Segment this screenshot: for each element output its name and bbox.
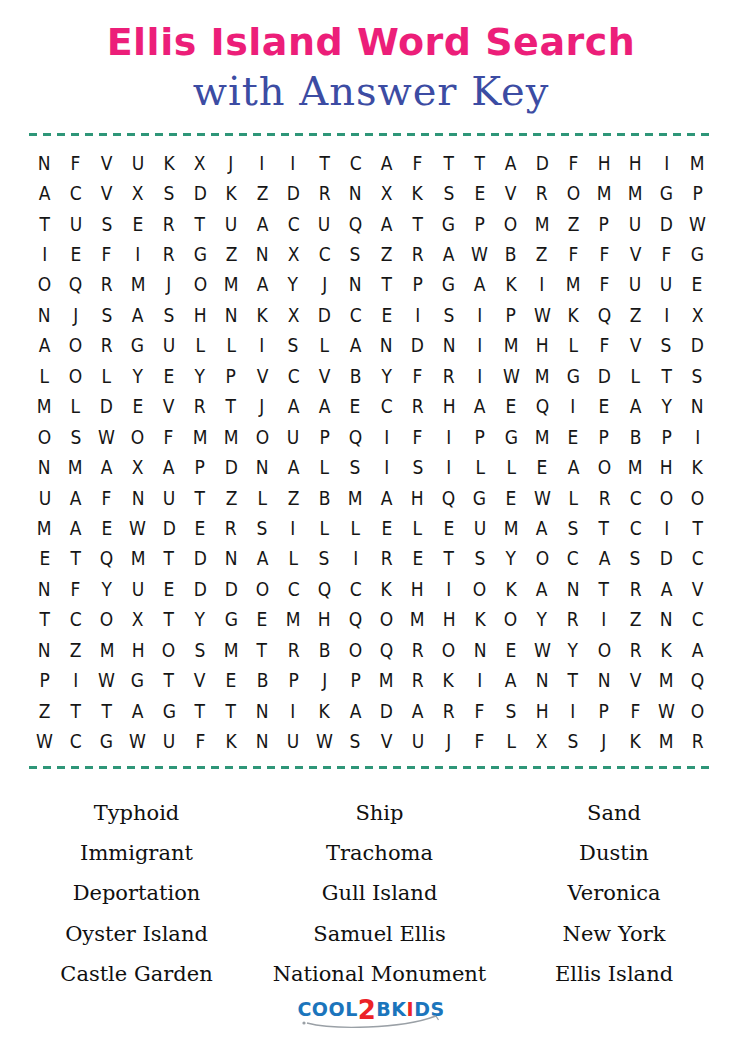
- word-item: Ellis Island: [504, 962, 724, 986]
- grid-cell-r12c22: O: [691, 489, 704, 508]
- grid-cell-r3c12: A: [381, 215, 393, 234]
- grid-cell-r15c21: A: [661, 580, 673, 599]
- cool2bkids-logo[interactable]: COOL2BKIDS: [286, 998, 456, 1034]
- grid-cell-r16c14: H: [442, 610, 455, 629]
- grid-cell-r6c4: A: [132, 306, 144, 325]
- grid-cell-r5c19: F: [599, 275, 609, 294]
- grid-cell-r1c1: N: [38, 154, 51, 173]
- grid-cell-r1c20: H: [629, 154, 642, 173]
- grid-cell-r5c9: Y: [288, 275, 298, 294]
- grid-cell-r11c11: S: [350, 458, 361, 477]
- grid-cell-r2c20: M: [628, 184, 643, 203]
- grid-cell-r20c6: F: [195, 732, 205, 751]
- grid-cell-r20c16: L: [506, 732, 516, 751]
- grid-cell-r12c3: F: [102, 489, 112, 508]
- grid-cell-r1c19: H: [598, 154, 611, 173]
- grid-cell-r4c17: Z: [536, 245, 548, 264]
- grid-cell-r5c14: G: [442, 275, 455, 294]
- grid-cell-r11c20: M: [628, 458, 643, 477]
- grid-cell-r9c18: I: [571, 397, 576, 416]
- grid-cell-r11c3: A: [101, 458, 113, 477]
- grid-cell-r18c11: P: [350, 671, 360, 690]
- grid-cell-r6c1: N: [38, 306, 51, 325]
- grid-cell-r3c2: U: [69, 215, 82, 234]
- grid-cell-r11c10: L: [320, 458, 330, 477]
- grid-cell-r18c4: G: [131, 671, 144, 690]
- logo-text-two: 2: [358, 995, 377, 1025]
- grid-cell-r3c20: U: [629, 215, 642, 234]
- grid-cell-r8c18: G: [566, 367, 579, 386]
- grid-cell-r20c12: V: [381, 732, 393, 751]
- grid-cell-r12c21: O: [660, 489, 673, 508]
- grid-cell-r8c11: B: [350, 367, 362, 386]
- grid-cell-r3c21: D: [660, 215, 673, 234]
- grid-cell-r3c16: O: [504, 215, 517, 234]
- grid-cell-r6c20: Z: [629, 306, 641, 325]
- grid-cell-r13c19: T: [599, 519, 609, 538]
- grid-cell-r12c13: H: [411, 489, 424, 508]
- grid-cell-r6c13: I: [415, 306, 420, 325]
- grid-cell-r4c10: C: [318, 245, 330, 264]
- grid-cell-r15c7: D: [224, 580, 237, 599]
- grid-cell-r12c14: Q: [442, 489, 455, 508]
- grid-cell-r2c8: Z: [256, 184, 268, 203]
- grid-cell-r2c14: S: [443, 184, 454, 203]
- grid-cell-r1c15: T: [475, 154, 485, 173]
- grid-cell-r13c4: W: [129, 519, 146, 538]
- grid-cell-r10c16: G: [504, 428, 517, 447]
- grid-cell-r18c3: W: [98, 671, 115, 690]
- grid-cell-r13c12: E: [381, 519, 392, 538]
- grid-cell-r11c16: L: [506, 458, 516, 477]
- grid-cell-r12c17: W: [534, 489, 551, 508]
- grid-cell-r1c13: F: [413, 154, 423, 173]
- grid-cell-r16c9: M: [286, 610, 301, 629]
- grid-cell-r9c5: V: [163, 397, 175, 416]
- grid-cell-r15c8: O: [255, 580, 268, 599]
- grid-cell-r15c6: D: [193, 580, 206, 599]
- grid-cell-r12c2: A: [70, 489, 82, 508]
- grid-cell-r10c10: P: [319, 428, 329, 447]
- grid-cell-r2c21: G: [660, 184, 673, 203]
- grid-cell-r19c6: T: [195, 702, 205, 721]
- worksheet-page: Ellis Island Word Search with Answer Key…: [0, 0, 742, 1050]
- grid-cell-r1c22: M: [690, 154, 705, 173]
- grid-cell-r13c1: M: [37, 519, 52, 538]
- grid-cell-r2c6: D: [193, 184, 206, 203]
- grid-cell-r1c11: C: [349, 154, 361, 173]
- grid-cell-r16c7: G: [224, 610, 237, 629]
- grid-cell-r7c15: I: [477, 336, 482, 355]
- grid-cell-r12c6: T: [195, 489, 205, 508]
- grid-cell-r2c4: X: [132, 184, 144, 203]
- grid-cell-r14c18: C: [567, 549, 579, 568]
- grid-cell-r14c5: T: [164, 549, 174, 568]
- grid-cell-r17c6: S: [195, 641, 206, 660]
- grid-cell-r17c1: N: [38, 641, 51, 660]
- grid-cell-r15c15: O: [473, 580, 486, 599]
- word-item: Dustin: [504, 841, 724, 865]
- grid-cell-r18c5: T: [164, 671, 174, 690]
- grid-cell-r6c21: I: [664, 306, 669, 325]
- grid-cell-r17c16: E: [505, 641, 516, 660]
- grid-cell-r13c2: A: [70, 519, 82, 538]
- logo-text-bk: BK: [376, 998, 406, 1020]
- grid-cell-r5c17: I: [539, 275, 544, 294]
- grid-cell-r4c14: A: [443, 245, 455, 264]
- grid-cell-r2c9: D: [287, 184, 300, 203]
- grid-cell-r10c6: M: [193, 428, 208, 447]
- grid-cell-r14c19: A: [598, 549, 610, 568]
- grid-cell-r15c4: U: [132, 580, 145, 599]
- grid-cell-r19c8: N: [256, 702, 269, 721]
- grid-cell-r18c1: P: [39, 671, 49, 690]
- grid-cell-r9c22: N: [691, 397, 704, 416]
- grid-cell-r4c20: V: [629, 245, 641, 264]
- grid-cell-r11c9: A: [287, 458, 299, 477]
- grid-cell-r15c12: K: [381, 580, 392, 599]
- grid-cell-r9c15: A: [474, 397, 486, 416]
- grid-cell-r9c19: E: [599, 397, 610, 416]
- grid-cell-r1c5: K: [163, 154, 174, 173]
- grid-cell-r5c21: U: [660, 275, 673, 294]
- word-item: Castle Garden: [18, 962, 255, 986]
- grid-cell-r6c16: P: [506, 306, 516, 325]
- grid-cell-r8c2: O: [69, 367, 82, 386]
- grid-cell-r9c12: C: [381, 397, 393, 416]
- grid-cell-r8c15: I: [477, 367, 482, 386]
- grid-cell-r5c16: K: [505, 275, 516, 294]
- grid-cell-r15c5: E: [163, 580, 174, 599]
- grid-cell-r8c16: W: [502, 367, 519, 386]
- grid-cell-r15c22: V: [692, 580, 704, 599]
- grid-cell-r4c6: G: [193, 245, 206, 264]
- grid-cell-r1c3: V: [101, 154, 113, 173]
- word-item: New York: [504, 922, 724, 946]
- grid-cell-r9c10: A: [319, 397, 331, 416]
- grid-cell-r20c4: W: [129, 732, 146, 751]
- grid-cell-r16c12: O: [380, 610, 393, 629]
- grid-cell-r17c18: Y: [568, 641, 578, 660]
- grid-cell-r8c8: V: [256, 367, 268, 386]
- grid-cell-r17c12: Q: [380, 641, 393, 660]
- grid-cell-r2c13: K: [412, 184, 423, 203]
- grid-cell-r9c9: A: [287, 397, 299, 416]
- grid-cell-r8c12: Y: [381, 367, 391, 386]
- grid-cell-r11c5: A: [163, 458, 175, 477]
- grid-cell-r3c22: W: [689, 215, 706, 234]
- grid-cell-r4c4: I: [135, 245, 140, 264]
- grid-cell-r19c3: T: [101, 702, 111, 721]
- grid-cell-r20c2: C: [70, 732, 82, 751]
- grid-cell-r14c6: D: [193, 549, 206, 568]
- grid-cell-r20c8: N: [256, 732, 269, 751]
- grid-cell-r6c12: E: [381, 306, 392, 325]
- grid-cell-r10c18: E: [568, 428, 579, 447]
- grid-cell-r4c15: W: [471, 245, 488, 264]
- grid-cell-r6c6: H: [194, 306, 207, 325]
- grid-cell-r15c20: R: [629, 580, 641, 599]
- word-item: Veronica: [504, 881, 724, 905]
- grid-cell-r19c9: I: [291, 702, 296, 721]
- grid-cell-r20c17: X: [536, 732, 548, 751]
- grid-cell-r10c8: O: [255, 428, 268, 447]
- grid-cell-r19c13: A: [412, 702, 424, 721]
- grid-cell-r4c5: R: [163, 245, 175, 264]
- grid-cell-r9c7: T: [226, 397, 236, 416]
- grid-cell-r10c21: P: [661, 428, 671, 447]
- grid-cell-r14c16: Y: [506, 549, 516, 568]
- grid-cell-r13c14: E: [443, 519, 454, 538]
- grid-cell-r15c13: H: [411, 580, 424, 599]
- grid-cell-r2c5: S: [163, 184, 174, 203]
- grid-cell-r12c19: R: [598, 489, 610, 508]
- grid-cell-r17c19: O: [597, 641, 610, 660]
- grid-cell-r2c2: C: [70, 184, 82, 203]
- grid-cell-r8c13: F: [413, 367, 423, 386]
- grid-cell-r12c5: U: [163, 489, 176, 508]
- grid-cell-r5c3: R: [101, 275, 113, 294]
- grid-cell-r9c16: E: [505, 397, 516, 416]
- grid-cell-r12c11: M: [348, 489, 363, 508]
- grid-cell-r11c21: H: [660, 458, 673, 477]
- grid-cell-r10c4: O: [131, 428, 144, 447]
- grid-cell-r10c12: I: [384, 428, 389, 447]
- grid-cell-r15c11: C: [349, 580, 361, 599]
- grid-cell-r10c17: M: [535, 428, 550, 447]
- grid-cell-r13c7: R: [225, 519, 237, 538]
- grid-cell-r14c7: N: [225, 549, 238, 568]
- grid-cell-r18c9: P: [288, 671, 298, 690]
- grid-cell-r2c15: E: [474, 184, 485, 203]
- grid-cell-r8c10: V: [319, 367, 331, 386]
- grid-cell-r19c18: I: [571, 702, 576, 721]
- grid-cell-r16c22: C: [691, 610, 703, 629]
- grid-cell-r5c12: T: [381, 275, 391, 294]
- grid-cell-r12c18: L: [568, 489, 578, 508]
- grid-cell-r5c2: Q: [69, 275, 82, 294]
- page-title: Ellis Island Word Search: [0, 18, 742, 67]
- grid-cell-r18c19: N: [598, 671, 611, 690]
- grid-cell-r10c14: I: [446, 428, 451, 447]
- grid-cell-r8c20: L: [630, 367, 640, 386]
- grid-cell-r12c16: E: [505, 489, 516, 508]
- grid-cell-r11c1: N: [38, 458, 51, 477]
- grid-cell-r1c8: I: [260, 154, 265, 173]
- grid-cell-r10c11: Q: [349, 428, 362, 447]
- grid-cell-r7c4: G: [131, 336, 144, 355]
- grid-cell-r7c5: U: [163, 336, 176, 355]
- grid-cell-r16c11: Q: [349, 610, 362, 629]
- grid-cell-r15c14: I: [446, 580, 451, 599]
- grid-cell-r3c14: G: [442, 215, 455, 234]
- grid-cell-r16c16: O: [504, 610, 517, 629]
- grid-cell-r16c20: Z: [629, 610, 641, 629]
- grid-cell-r2c19: M: [597, 184, 612, 203]
- grid-cell-r3c6: T: [195, 215, 205, 234]
- page-subtitle: with Answer Key: [0, 67, 742, 115]
- grid-cell-r20c19: J: [602, 732, 607, 751]
- grid-cell-r16c2: C: [70, 610, 82, 629]
- grid-cell-r9c20: A: [629, 397, 641, 416]
- grid-cell-r9c14: H: [442, 397, 455, 416]
- grid-cell-r14c9: L: [288, 549, 298, 568]
- grid-cell-r16c4: X: [132, 610, 144, 629]
- grid-cell-r5c5: J: [166, 275, 171, 294]
- dashed-divider-bottom: [29, 766, 713, 769]
- grid-cell-r1c21: I: [664, 154, 669, 173]
- grid-cell-r13c11: L: [351, 519, 361, 538]
- grid-cell-r5c15: A: [474, 275, 486, 294]
- grid-cell-r16c1: T: [39, 610, 49, 629]
- grid-cell-r5c18: M: [566, 275, 581, 294]
- grid-cell-r17c20: R: [629, 641, 641, 660]
- word-item: Typhoid: [18, 801, 255, 825]
- grid-cell-r20c7: K: [225, 732, 236, 751]
- grid-cell-r6c7: N: [225, 306, 238, 325]
- grid-cell-r4c9: X: [287, 245, 299, 264]
- grid-cell-r16c15: K: [474, 610, 485, 629]
- word-item: Oyster Island: [18, 922, 255, 946]
- grid-cell-r11c13: S: [412, 458, 423, 477]
- word-grid: NFVUKXJIITCAFTTADFHHIMACVXSDKZDRNXKSEVRO…: [29, 148, 713, 757]
- logo-text-cool: COOL: [297, 998, 357, 1020]
- grid-cell-r20c9: U: [287, 732, 300, 751]
- grid-cell-r12c4: N: [131, 489, 144, 508]
- grid-cell-r1c12: A: [381, 154, 393, 173]
- grid-cell-r14c12: R: [381, 549, 393, 568]
- grid-cell-r10c15: P: [475, 428, 485, 447]
- grid-cell-r7c8: I: [260, 336, 265, 355]
- word-item: Trachoma: [255, 841, 504, 865]
- grid-cell-r17c17: W: [534, 641, 551, 660]
- grid-cell-r13c5: D: [162, 519, 175, 538]
- grid-cell-r7c19: F: [599, 336, 609, 355]
- grid-cell-r13c17: A: [536, 519, 548, 538]
- grid-cell-r15c19: T: [599, 580, 609, 599]
- grid-cell-r13c16: M: [504, 519, 519, 538]
- grid-cell-r19c15: F: [475, 702, 485, 721]
- grid-cell-r13c13: L: [413, 519, 423, 538]
- grid-cell-r13c9: I: [291, 519, 296, 538]
- grid-cell-r1c14: T: [443, 154, 453, 173]
- grid-cell-r17c2: Z: [70, 641, 82, 660]
- grid-cell-r9c13: R: [412, 397, 424, 416]
- grid-cell-r1c16: A: [505, 154, 517, 173]
- grid-cell-r10c20: B: [629, 428, 641, 447]
- grid-cell-r7c14: N: [442, 336, 455, 355]
- grid-cell-r3c17: M: [535, 215, 550, 234]
- logo-pencil-i-icon: I: [407, 998, 415, 1020]
- grid-cell-r18c2: I: [73, 671, 78, 690]
- grid-cell-r2c22: P: [692, 184, 702, 203]
- grid-cell-r10c19: P: [599, 428, 609, 447]
- grid-cell-r10c3: W: [98, 428, 115, 447]
- grid-cell-r4c16: B: [505, 245, 517, 264]
- grid-cell-r17c22: A: [692, 641, 704, 660]
- grid-cell-r19c12: D: [380, 702, 393, 721]
- grid-cell-r5c20: U: [629, 275, 642, 294]
- grid-cell-r10c2: S: [70, 428, 81, 447]
- grid-cell-r4c8: N: [256, 245, 269, 264]
- grid-cell-r18c17: N: [536, 671, 549, 690]
- grid-cell-r20c20: K: [630, 732, 641, 751]
- grid-cell-r2c12: X: [381, 184, 393, 203]
- grid-cell-r1c18: F: [568, 154, 578, 173]
- grid-cell-r17c7: M: [224, 641, 239, 660]
- grid-cell-r8c17: M: [535, 367, 550, 386]
- grid-cell-r11c22: K: [692, 458, 703, 477]
- grid-cell-r16c8: E: [257, 610, 268, 629]
- grid-cell-r10c9: U: [287, 428, 300, 447]
- grid-cell-r9c11: E: [350, 397, 361, 416]
- word-item: Immigrant: [18, 841, 255, 865]
- grid-cell-r7c9: S: [288, 336, 299, 355]
- grid-cell-r2c11: N: [349, 184, 362, 203]
- grid-cell-r7c20: V: [629, 336, 641, 355]
- grid-cell-r18c20: V: [629, 671, 641, 690]
- grid-cell-r8c3: L: [102, 367, 112, 386]
- grid-cell-r19c16: S: [505, 702, 516, 721]
- grid-cell-r15c10: Q: [318, 580, 331, 599]
- grid-cell-r18c10: J: [322, 671, 327, 690]
- grid-cell-r9c8: J: [260, 397, 265, 416]
- grid-cell-r18c22: Q: [691, 671, 704, 690]
- grid-cell-r11c17: E: [537, 458, 548, 477]
- grid-cell-r18c12: M: [379, 671, 394, 690]
- grid-cell-r19c1: Z: [39, 702, 51, 721]
- grid-cell-r18c18: T: [568, 671, 578, 690]
- grid-cell-r5c1: O: [38, 275, 51, 294]
- logo-text-ds: DS: [414, 998, 444, 1020]
- grid-cell-r13c3: E: [101, 519, 112, 538]
- grid-cell-r18c15: I: [477, 671, 482, 690]
- grid-cell-r11c4: X: [132, 458, 144, 477]
- grid-cell-r1c4: U: [132, 154, 145, 173]
- grid-cell-r14c11: I: [353, 549, 358, 568]
- grid-cell-r4c12: Z: [381, 245, 393, 264]
- grid-cell-r16c21: N: [660, 610, 673, 629]
- grid-cell-r8c6: Y: [195, 367, 205, 386]
- grid-cell-r11c15: L: [475, 458, 485, 477]
- grid-cell-r9c2: L: [71, 397, 81, 416]
- grid-cell-r5c7: M: [224, 275, 239, 294]
- grid-cell-r7c7: L: [226, 336, 236, 355]
- grid-cell-r20c10: W: [316, 732, 333, 751]
- grid-cell-r17c14: O: [442, 641, 455, 660]
- grid-cell-r4c3: F: [102, 245, 112, 264]
- grid-cell-r12c20: C: [629, 489, 641, 508]
- grid-cell-r13c10: L: [320, 519, 330, 538]
- grid-cell-r3c5: R: [163, 215, 175, 234]
- grid-cell-r9c4: E: [132, 397, 143, 416]
- grid-cell-r6c10: D: [318, 306, 331, 325]
- grid-cell-r16c10: H: [318, 610, 331, 629]
- grid-cell-r17c11: O: [349, 641, 362, 660]
- grid-cell-r14c21: D: [660, 549, 673, 568]
- grid-cell-r14c17: O: [535, 549, 548, 568]
- grid-cell-r12c12: A: [381, 489, 393, 508]
- grid-cell-r14c8: A: [256, 549, 268, 568]
- grid-cell-r4c18: F: [568, 245, 578, 264]
- grid-cell-r4c2: E: [70, 245, 81, 264]
- grid-cell-r20c13: U: [411, 732, 424, 751]
- grid-cell-r17c15: N: [473, 641, 486, 660]
- grid-cell-r11c14: I: [446, 458, 451, 477]
- grid-cell-r9c21: Y: [661, 397, 671, 416]
- word-item: Samuel Ellis: [255, 922, 504, 946]
- grid-cell-r5c8: A: [256, 275, 268, 294]
